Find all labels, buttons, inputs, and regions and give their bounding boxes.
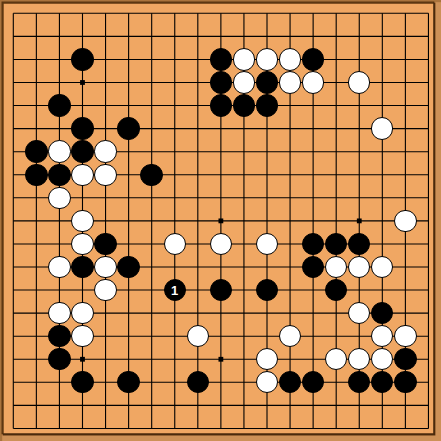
intersection xyxy=(255,279,278,302)
stone-black xyxy=(48,164,70,186)
intersection xyxy=(255,48,278,71)
stone-white xyxy=(256,48,278,70)
intersection xyxy=(209,48,232,71)
stone-black xyxy=(302,48,324,70)
intersection xyxy=(371,371,394,394)
stone-black xyxy=(210,48,232,70)
stone-white xyxy=(371,325,393,347)
stone-black xyxy=(256,71,278,93)
stone-white xyxy=(394,210,416,232)
intersection xyxy=(394,348,417,371)
marked-stone-move-1: 1 xyxy=(164,279,186,301)
intersection xyxy=(302,371,325,394)
intersection xyxy=(71,255,94,278)
stone-black xyxy=(117,371,139,393)
stone-white xyxy=(71,233,93,255)
intersection xyxy=(209,232,232,255)
intersection xyxy=(325,232,348,255)
stone-white xyxy=(94,279,116,301)
stone-black xyxy=(48,348,70,370)
intersection xyxy=(394,371,417,394)
intersection xyxy=(255,71,278,94)
intersection xyxy=(348,348,371,371)
stone-white xyxy=(71,164,93,186)
stone-white xyxy=(94,164,116,186)
move-number-label: 1 xyxy=(171,283,178,296)
intersection xyxy=(94,279,117,302)
stone-black xyxy=(233,94,255,116)
stone-black xyxy=(302,256,324,278)
intersection xyxy=(94,232,117,255)
intersection xyxy=(71,232,94,255)
stone-white xyxy=(325,256,347,278)
intersection xyxy=(325,255,348,278)
intersection xyxy=(48,163,71,186)
stone-black xyxy=(117,117,139,139)
stone-white xyxy=(348,302,370,324)
stone-white xyxy=(48,187,70,209)
stone-black xyxy=(117,256,139,278)
stone-black xyxy=(48,325,70,347)
intersection xyxy=(71,209,94,232)
stone-black xyxy=(71,117,93,139)
intersection xyxy=(325,348,348,371)
intersection xyxy=(71,325,94,348)
stone-white xyxy=(348,348,370,370)
stone-white xyxy=(233,48,255,70)
stone-black xyxy=(71,48,93,70)
goban: 1 xyxy=(0,0,441,441)
intersection xyxy=(48,348,71,371)
intersection xyxy=(279,371,302,394)
stone-black xyxy=(71,140,93,162)
intersection xyxy=(25,163,48,186)
intersection xyxy=(48,302,71,325)
intersection xyxy=(71,140,94,163)
intersection xyxy=(48,94,71,117)
stone-black xyxy=(210,71,232,93)
intersection: 1 xyxy=(163,279,186,302)
stone-white xyxy=(394,325,416,347)
intersection xyxy=(186,371,209,394)
intersection xyxy=(71,163,94,186)
stone-black xyxy=(302,371,324,393)
intersection xyxy=(255,94,278,117)
screenshot-stage: 1 xyxy=(0,0,441,441)
intersection xyxy=(371,348,394,371)
stone-white xyxy=(164,233,186,255)
stone-white xyxy=(279,325,301,347)
stone-white xyxy=(325,348,347,370)
stone-white xyxy=(348,71,370,93)
intersection xyxy=(48,186,71,209)
intersection xyxy=(255,371,278,394)
intersection xyxy=(71,302,94,325)
stone-black xyxy=(348,233,370,255)
intersection xyxy=(348,302,371,325)
stone-black xyxy=(187,371,209,393)
intersection xyxy=(255,232,278,255)
intersection xyxy=(232,71,255,94)
intersection xyxy=(394,325,417,348)
stone-black xyxy=(371,302,393,324)
intersection xyxy=(117,117,140,140)
stone-white xyxy=(371,256,393,278)
stone-black xyxy=(371,371,393,393)
intersection xyxy=(348,232,371,255)
intersection xyxy=(232,48,255,71)
stone-white xyxy=(371,117,393,139)
intersection xyxy=(348,371,371,394)
stone-white xyxy=(233,71,255,93)
stone-black xyxy=(71,256,93,278)
stone-white xyxy=(94,140,116,162)
stone-black xyxy=(94,233,116,255)
stone-black xyxy=(348,371,370,393)
stone-black xyxy=(302,233,324,255)
intersection xyxy=(302,48,325,71)
stones-layer: 1 xyxy=(2,2,440,440)
stone-white xyxy=(48,140,70,162)
stone-black xyxy=(25,140,47,162)
intersection xyxy=(279,325,302,348)
stone-white xyxy=(48,256,70,278)
stone-black xyxy=(140,164,162,186)
stone-white xyxy=(279,48,301,70)
intersection xyxy=(25,140,48,163)
stone-black xyxy=(25,164,47,186)
intersection xyxy=(209,71,232,94)
intersection xyxy=(279,48,302,71)
stone-white xyxy=(48,302,70,324)
stone-black xyxy=(325,233,347,255)
stone-black xyxy=(71,371,93,393)
stone-black xyxy=(48,94,70,116)
intersection xyxy=(71,48,94,71)
stone-black xyxy=(256,279,278,301)
stone-black xyxy=(325,279,347,301)
stone-white xyxy=(94,256,116,278)
intersection xyxy=(255,348,278,371)
stone-white xyxy=(71,210,93,232)
intersection xyxy=(348,255,371,278)
intersection xyxy=(48,325,71,348)
intersection xyxy=(371,302,394,325)
intersection xyxy=(232,94,255,117)
stone-black xyxy=(394,371,416,393)
intersection xyxy=(371,325,394,348)
stone-white xyxy=(187,325,209,347)
intersection xyxy=(371,117,394,140)
intersection xyxy=(94,163,117,186)
intersection xyxy=(302,232,325,255)
intersection xyxy=(94,140,117,163)
intersection xyxy=(371,255,394,278)
stone-white xyxy=(256,348,278,370)
stone-white xyxy=(348,256,370,278)
stone-black xyxy=(210,94,232,116)
stone-black xyxy=(210,279,232,301)
intersection xyxy=(48,140,71,163)
intersection xyxy=(117,255,140,278)
stone-black xyxy=(256,94,278,116)
stone-black xyxy=(394,348,416,370)
intersection xyxy=(140,163,163,186)
intersection xyxy=(209,279,232,302)
stone-black xyxy=(279,371,301,393)
stone-white xyxy=(210,233,232,255)
intersection xyxy=(348,71,371,94)
intersection xyxy=(302,71,325,94)
stone-white xyxy=(371,348,393,370)
stone-white xyxy=(71,302,93,324)
stone-white xyxy=(302,71,324,93)
intersection xyxy=(325,279,348,302)
intersection xyxy=(186,325,209,348)
stone-white xyxy=(279,71,301,93)
intersection xyxy=(71,371,94,394)
stone-white xyxy=(256,371,278,393)
intersection xyxy=(48,255,71,278)
stone-white xyxy=(71,325,93,347)
stone-white xyxy=(256,233,278,255)
intersection xyxy=(71,117,94,140)
intersection xyxy=(394,209,417,232)
intersection xyxy=(94,255,117,278)
intersection xyxy=(163,232,186,255)
intersection xyxy=(302,255,325,278)
intersection xyxy=(209,94,232,117)
intersection xyxy=(117,371,140,394)
intersection xyxy=(279,71,302,94)
